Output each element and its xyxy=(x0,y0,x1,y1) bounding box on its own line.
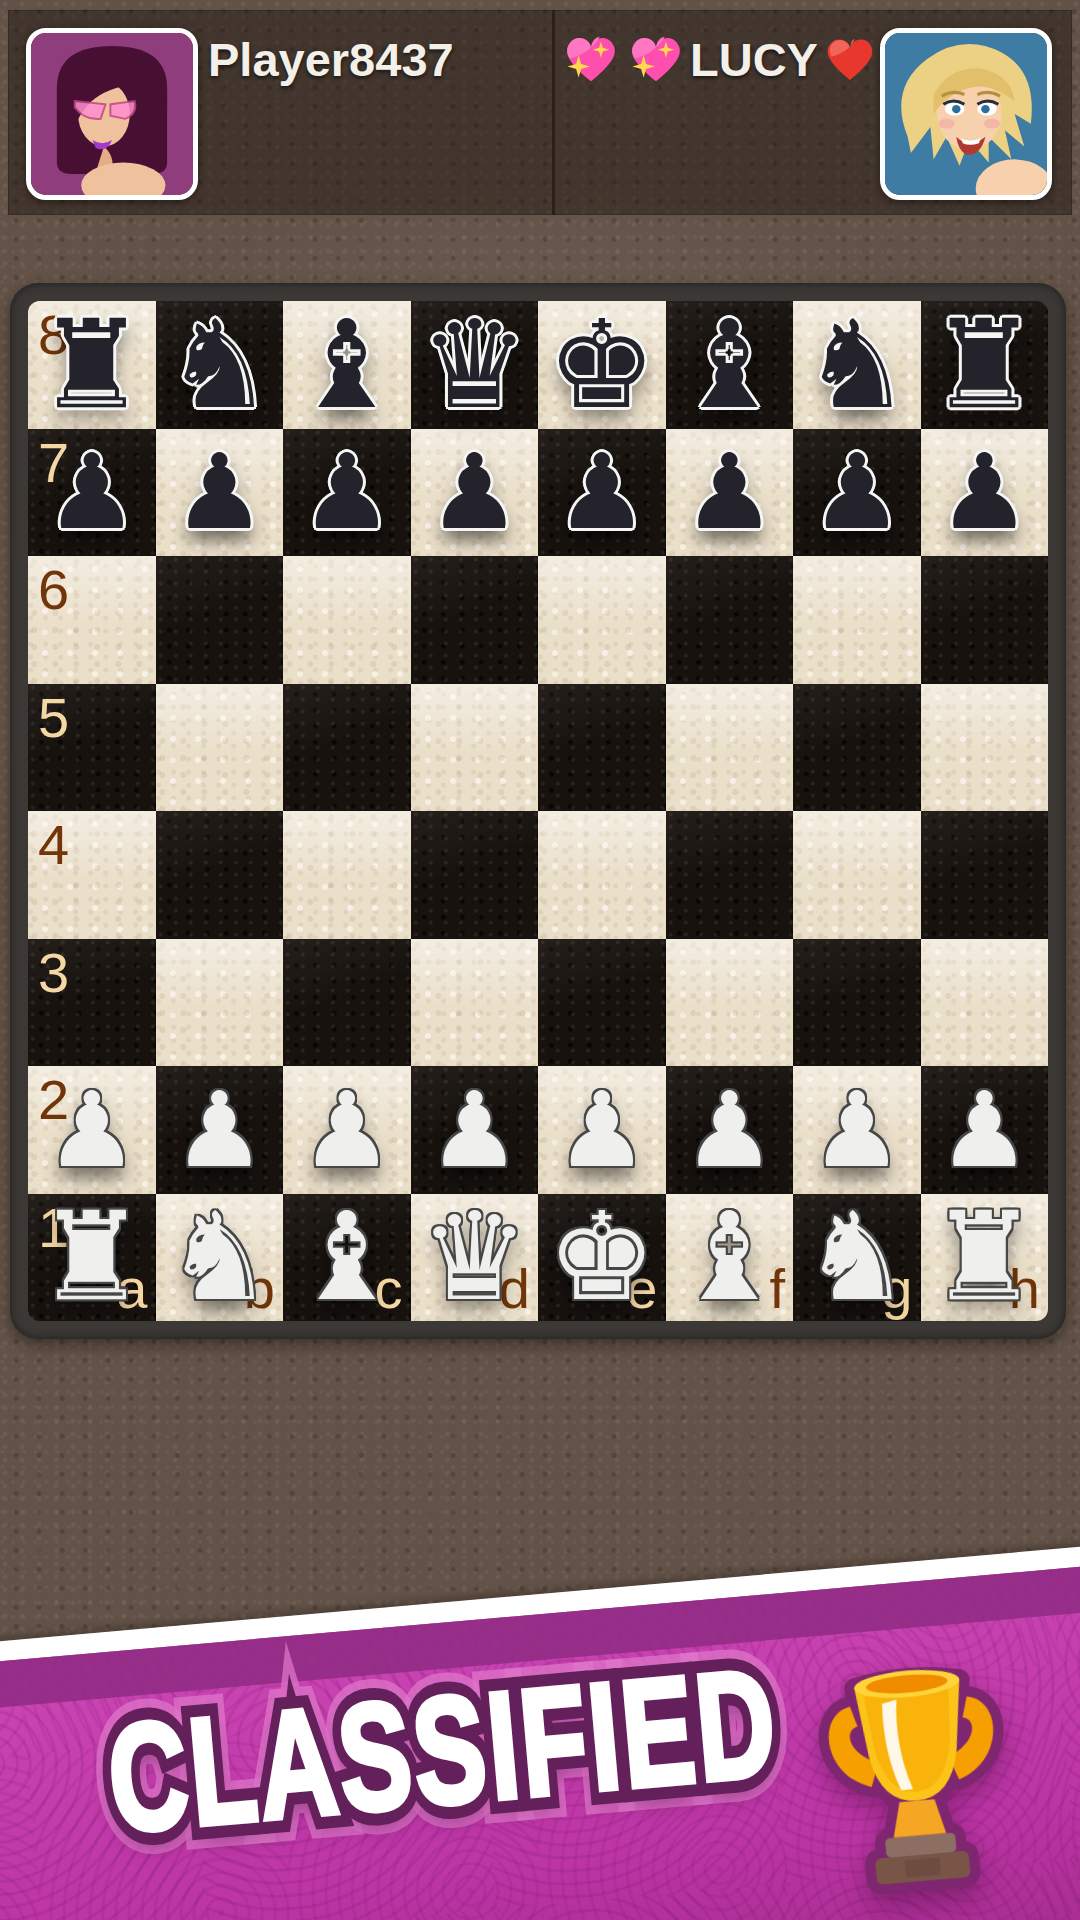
piece-black-knight[interactable]: ♞ xyxy=(156,301,284,429)
square-e3[interactable] xyxy=(538,939,666,1067)
square-f2[interactable]: ♟ xyxy=(666,1066,794,1194)
square-b7[interactable]: ♟ xyxy=(156,429,284,557)
classified-banner: CLASSIFIED xyxy=(0,1537,1080,1920)
purple-haired-woman-avatar-image xyxy=(31,33,193,195)
chess-board-grid: 8♜♞♝♛♚♝♞♜7♟♟♟♟♟♟♟♟65432♟♟♟♟♟♟♟♟1a♜b♞c♝d♛… xyxy=(28,301,1048,1321)
square-e6[interactable] xyxy=(538,556,666,684)
square-b4[interactable] xyxy=(156,811,284,939)
piece-black-queen[interactable]: ♛ xyxy=(411,301,539,429)
piece-black-pawn[interactable]: ♟ xyxy=(283,429,411,557)
piece-white-pawn[interactable]: ♟ xyxy=(411,1066,539,1194)
square-g7[interactable]: ♟ xyxy=(793,429,921,557)
piece-black-pawn[interactable]: ♟ xyxy=(666,429,794,557)
piece-white-rook[interactable]: ♜ xyxy=(28,1194,156,1322)
square-c2[interactable]: ♟ xyxy=(283,1066,411,1194)
piece-white-pawn[interactable]: ♟ xyxy=(793,1066,921,1194)
square-f3[interactable] xyxy=(666,939,794,1067)
square-e2[interactable]: ♟ xyxy=(538,1066,666,1194)
square-f6[interactable] xyxy=(666,556,794,684)
chess-board-frame: 8♜♞♝♛♚♝♞♜7♟♟♟♟♟♟♟♟65432♟♟♟♟♟♟♟♟1a♜b♞c♝d♛… xyxy=(10,283,1066,1339)
rank-coordinate: 6 xyxy=(38,562,69,618)
trophy-icon xyxy=(801,1630,1030,1920)
square-e7[interactable]: ♟ xyxy=(538,429,666,557)
square-a1[interactable]: 1a♜ xyxy=(28,1194,156,1322)
square-g8[interactable]: ♞ xyxy=(793,301,921,429)
piece-white-rook[interactable]: ♜ xyxy=(921,1194,1049,1322)
square-c1[interactable]: c♝ xyxy=(283,1194,411,1322)
square-b5[interactable] xyxy=(156,684,284,812)
square-f7[interactable]: ♟ xyxy=(666,429,794,557)
piece-black-rook[interactable]: ♜ xyxy=(921,301,1049,429)
sparkling-heart-icon xyxy=(560,28,622,90)
square-h6[interactable] xyxy=(921,556,1049,684)
square-b1[interactable]: b♞ xyxy=(156,1194,284,1322)
rank-coordinate: 5 xyxy=(38,690,69,746)
piece-black-pawn[interactable]: ♟ xyxy=(156,429,284,557)
rank-coordinate: 4 xyxy=(38,817,69,873)
piece-white-knight[interactable]: ♞ xyxy=(156,1194,284,1322)
square-b6[interactable] xyxy=(156,556,284,684)
square-c6[interactable] xyxy=(283,556,411,684)
square-d8[interactable]: ♛ xyxy=(411,301,539,429)
piece-black-pawn[interactable]: ♟ xyxy=(411,429,539,557)
square-d3[interactable] xyxy=(411,939,539,1067)
square-g2[interactable]: ♟ xyxy=(793,1066,921,1194)
square-a8[interactable]: 8♜ xyxy=(28,301,156,429)
square-f5[interactable] xyxy=(666,684,794,812)
red-heart-icon xyxy=(821,30,879,88)
square-c4[interactable] xyxy=(283,811,411,939)
piece-white-pawn[interactable]: ♟ xyxy=(156,1066,284,1194)
piece-white-king[interactable]: ♚ xyxy=(538,1194,666,1322)
square-h3[interactable] xyxy=(921,939,1049,1067)
rank-coordinate: 3 xyxy=(38,945,69,1001)
piece-white-bishop[interactable]: ♝ xyxy=(283,1194,411,1322)
square-e8[interactable]: ♚ xyxy=(538,301,666,429)
square-d5[interactable] xyxy=(411,684,539,812)
square-g3[interactable] xyxy=(793,939,921,1067)
right-player-name: LUCY xyxy=(560,26,879,92)
square-h5[interactable] xyxy=(921,684,1049,812)
sparkling-heart-icon xyxy=(625,28,687,90)
piece-white-pawn[interactable]: ♟ xyxy=(28,1066,156,1194)
piece-white-pawn[interactable]: ♟ xyxy=(283,1066,411,1194)
square-e5[interactable] xyxy=(538,684,666,812)
square-d1[interactable]: d♛ xyxy=(411,1194,539,1322)
square-a5[interactable]: 5 xyxy=(28,684,156,812)
right-player-name-text: LUCY xyxy=(690,32,818,87)
piece-black-pawn[interactable]: ♟ xyxy=(793,429,921,557)
square-c8[interactable]: ♝ xyxy=(283,301,411,429)
square-d4[interactable] xyxy=(411,811,539,939)
square-h2[interactable]: ♟ xyxy=(921,1066,1049,1194)
square-f1[interactable]: f♝ xyxy=(666,1194,794,1322)
players-bar: Player8437 LUCY xyxy=(8,10,1072,215)
square-c3[interactable] xyxy=(283,939,411,1067)
piece-black-bishop[interactable]: ♝ xyxy=(283,301,411,429)
square-h4[interactable] xyxy=(921,811,1049,939)
piece-white-pawn[interactable]: ♟ xyxy=(538,1066,666,1194)
right-player-avatar[interactable] xyxy=(880,28,1052,200)
square-f4[interactable] xyxy=(666,811,794,939)
square-g6[interactable] xyxy=(793,556,921,684)
piece-white-pawn[interactable]: ♟ xyxy=(921,1066,1049,1194)
square-a7[interactable]: 7♟ xyxy=(28,429,156,557)
piece-white-pawn[interactable]: ♟ xyxy=(666,1066,794,1194)
piece-black-pawn[interactable]: ♟ xyxy=(28,429,156,557)
square-d2[interactable]: ♟ xyxy=(411,1066,539,1194)
piece-white-queen[interactable]: ♛ xyxy=(411,1194,539,1322)
piece-black-pawn[interactable]: ♟ xyxy=(921,429,1049,557)
blonde-woman-avatar-image xyxy=(885,33,1047,195)
left-player-name: Player8437 xyxy=(208,32,454,87)
square-b8[interactable]: ♞ xyxy=(156,301,284,429)
square-e1[interactable]: e♚ xyxy=(538,1194,666,1322)
piece-white-bishop[interactable]: ♝ xyxy=(666,1194,794,1322)
square-h7[interactable]: ♟ xyxy=(921,429,1049,557)
square-b2[interactable]: ♟ xyxy=(156,1066,284,1194)
piece-black-bishop[interactable]: ♝ xyxy=(666,301,794,429)
square-c7[interactable]: ♟ xyxy=(283,429,411,557)
piece-black-rook[interactable]: ♜ xyxy=(28,301,156,429)
square-g5[interactable] xyxy=(793,684,921,812)
square-g4[interactable] xyxy=(793,811,921,939)
square-c5[interactable] xyxy=(283,684,411,812)
square-h8[interactable]: ♜ xyxy=(921,301,1049,429)
square-a6[interactable]: 6 xyxy=(28,556,156,684)
piece-black-knight[interactable]: ♞ xyxy=(793,301,921,429)
piece-white-knight[interactable]: ♞ xyxy=(793,1194,921,1322)
square-d7[interactable]: ♟ xyxy=(411,429,539,557)
square-e4[interactable] xyxy=(538,811,666,939)
players-bar-divider xyxy=(552,10,555,215)
square-h1[interactable]: h♜ xyxy=(921,1194,1049,1322)
square-d6[interactable] xyxy=(411,556,539,684)
piece-black-pawn[interactable]: ♟ xyxy=(538,429,666,557)
square-b3[interactable] xyxy=(156,939,284,1067)
square-f8[interactable]: ♝ xyxy=(666,301,794,429)
square-a4[interactable]: 4 xyxy=(28,811,156,939)
banner-title: CLASSIFIED xyxy=(102,1638,784,1863)
square-g1[interactable]: g♞ xyxy=(793,1194,921,1322)
left-player-avatar[interactable] xyxy=(26,28,198,200)
square-a2[interactable]: 2♟ xyxy=(28,1066,156,1194)
chess-app-screen: Player8437 LUCY xyxy=(0,0,1080,1920)
piece-black-king[interactable]: ♚ xyxy=(538,301,666,429)
square-a3[interactable]: 3 xyxy=(28,939,156,1067)
